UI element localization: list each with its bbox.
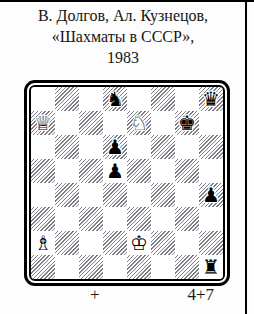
- authors-line: В. Долгов, Ал. Кузнецов,: [0, 5, 246, 26]
- square-h5: [199, 159, 223, 183]
- square-c2: [79, 231, 103, 255]
- white-queen-glyph: ♕: [31, 111, 55, 135]
- piece-black-king: ♚♚: [175, 111, 199, 135]
- square-g8: [175, 87, 199, 111]
- square-c1: [79, 255, 103, 279]
- square-f4: [151, 183, 175, 207]
- square-g2: [175, 231, 199, 255]
- square-c7: [79, 111, 103, 135]
- square-a5: [31, 159, 55, 183]
- source-line: «Шахматы в СССР»,: [0, 26, 246, 47]
- square-g4: [175, 183, 199, 207]
- black-knight-glyph: ♞: [103, 87, 127, 111]
- square-h1: ♜♜: [199, 255, 223, 279]
- square-g6: [175, 135, 199, 159]
- piece-black-rook: ♜♜: [199, 255, 223, 279]
- square-f8: [151, 87, 175, 111]
- square-a7: ♛♕: [31, 111, 55, 135]
- square-a1: [31, 255, 55, 279]
- black-rook-glyph: ♜: [199, 255, 223, 279]
- square-f6: [151, 135, 175, 159]
- square-e1: [127, 255, 151, 279]
- square-b4: [55, 183, 79, 207]
- black-king-glyph: ♚: [175, 111, 199, 135]
- black-pawn-glyph: ♟: [103, 135, 127, 159]
- stipulation: +: [90, 284, 100, 306]
- square-g1: [175, 255, 199, 279]
- black-pawn-glyph: ♟: [199, 183, 223, 207]
- square-f7: [151, 111, 175, 135]
- square-d3: [103, 207, 127, 231]
- square-e8: [127, 87, 151, 111]
- square-e4: [127, 183, 151, 207]
- square-e7: ♞♘: [127, 111, 151, 135]
- square-h6: [199, 135, 223, 159]
- square-d8: ♞♞: [103, 87, 127, 111]
- white-knight-glyph: ♘: [127, 111, 151, 135]
- square-a6: [31, 135, 55, 159]
- piece-black-knight: ♞♞: [103, 87, 127, 111]
- square-b6: [55, 135, 79, 159]
- piece-black-pawn: ♟♟: [199, 183, 223, 207]
- piece-white-king: ♚♔: [127, 231, 151, 255]
- material-count: 4+7: [187, 284, 214, 306]
- square-b3: [55, 207, 79, 231]
- square-e6: [127, 135, 151, 159]
- square-e3: [127, 207, 151, 231]
- square-a3: [31, 207, 55, 231]
- piece-black-pawn: ♟♟: [103, 135, 127, 159]
- square-h2: [199, 231, 223, 255]
- square-b8: [55, 87, 79, 111]
- square-g5: [175, 159, 199, 183]
- diagram-footer: + 4+7: [0, 284, 254, 306]
- square-a2: ♝♗: [31, 231, 55, 255]
- composition-credit: В. Долгов, Ал. Кузнецов, «Шахматы в СССР…: [0, 5, 246, 68]
- square-c3: [79, 207, 103, 231]
- square-a8: [31, 87, 55, 111]
- square-f5: [151, 159, 175, 183]
- top-rule-line: [0, 0, 254, 2]
- square-d1: [103, 255, 127, 279]
- square-a4: [31, 183, 55, 207]
- square-b7: [55, 111, 79, 135]
- square-h7: [199, 111, 223, 135]
- piece-black-queen: ♛♛: [199, 87, 223, 111]
- square-d7: [103, 111, 127, 135]
- white-bishop-glyph: ♗: [31, 231, 55, 255]
- square-g7: ♚♚: [175, 111, 199, 135]
- chess-board: ♞♞♛♛♛♕♞♘♚♚♟♟♟♟♟♟♝♗♚♔♜♜: [24, 80, 230, 286]
- diagram-page: { "game": "chess", "title": { "line1": "…: [0, 0, 254, 314]
- square-f1: [151, 255, 175, 279]
- black-pawn-glyph: ♟: [103, 159, 127, 183]
- square-b2: [55, 231, 79, 255]
- square-f3: [151, 207, 175, 231]
- square-d2: [103, 231, 127, 255]
- piece-white-bishop: ♝♗: [31, 231, 55, 255]
- square-c5: [79, 159, 103, 183]
- square-c8: [79, 87, 103, 111]
- square-h8: ♛♛: [199, 87, 223, 111]
- white-king-glyph: ♔: [127, 231, 151, 255]
- square-d4: [103, 183, 127, 207]
- piece-black-pawn: ♟♟: [103, 159, 127, 183]
- board-grid: ♞♞♛♛♛♕♞♘♚♚♟♟♟♟♟♟♝♗♚♔♜♜: [31, 87, 223, 279]
- square-d5: ♟♟: [103, 159, 127, 183]
- square-f2: [151, 231, 175, 255]
- black-queen-glyph: ♛: [199, 87, 223, 111]
- square-g3: [175, 207, 199, 231]
- square-b1: [55, 255, 79, 279]
- year-line: 1983: [0, 47, 246, 68]
- square-e2: ♚♔: [127, 231, 151, 255]
- square-h3: [199, 207, 223, 231]
- square-c4: [79, 183, 103, 207]
- board-inner-frame: ♞♞♛♛♛♕♞♘♚♚♟♟♟♟♟♟♝♗♚♔♜♜: [29, 85, 225, 281]
- square-b5: [55, 159, 79, 183]
- square-c6: [79, 135, 103, 159]
- piece-white-queen: ♛♕: [31, 111, 55, 135]
- piece-white-knight: ♞♘: [127, 111, 151, 135]
- square-h4: ♟♟: [199, 183, 223, 207]
- square-e5: [127, 159, 151, 183]
- square-d6: ♟♟: [103, 135, 127, 159]
